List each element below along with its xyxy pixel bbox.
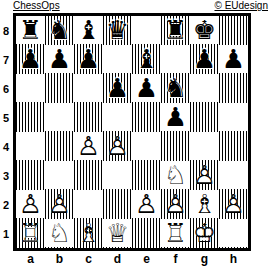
square-a8: ♜♜ xyxy=(16,16,45,45)
black-pawn: ♟♟ xyxy=(45,45,74,74)
file-label-b: b xyxy=(45,251,74,267)
black-rook: ♜♜ xyxy=(161,16,190,45)
file-label-g: g xyxy=(190,251,219,267)
square-f3: ♞♘ xyxy=(161,161,190,190)
white-rook: ♜♖ xyxy=(161,219,190,248)
square-b5 xyxy=(45,103,74,132)
square-a4 xyxy=(16,132,45,161)
square-d2 xyxy=(103,190,132,219)
square-b3 xyxy=(45,161,74,190)
square-g4 xyxy=(190,132,219,161)
black-bishop: ♝♝ xyxy=(132,45,161,74)
square-g7: ♟♟ xyxy=(190,45,219,74)
square-a2: ♟♙ xyxy=(16,190,45,219)
chess-board-block: 87654321 ♜♜♞♞♝♝♛♛♜♜♚♚♟♟♟♟♟♟♝♝♟♟♟♟♟♟♟♟♞♞♟… xyxy=(0,13,251,267)
square-g2: ♝♗ xyxy=(190,190,219,219)
square-c6 xyxy=(74,74,103,103)
square-a5 xyxy=(16,103,45,132)
black-pawn: ♟♟ xyxy=(132,74,161,103)
square-g3: ♟♙ xyxy=(190,161,219,190)
square-g5 xyxy=(190,103,219,132)
black-knight: ♞♞ xyxy=(161,74,190,103)
rank-label-2: 2 xyxy=(0,190,12,219)
file-label-d: d xyxy=(103,251,132,267)
square-c2 xyxy=(74,190,103,219)
square-d1: ♛♕ xyxy=(103,219,132,248)
square-h5 xyxy=(219,103,248,132)
square-c7: ♟♟ xyxy=(74,45,103,74)
square-a1: ♜♖ xyxy=(16,219,45,248)
rank-label-7: 7 xyxy=(0,45,12,74)
black-pawn: ♟♟ xyxy=(16,45,45,74)
square-h7: ♟♟ xyxy=(219,45,248,74)
square-b6 xyxy=(45,74,74,103)
square-e8 xyxy=(132,16,161,45)
square-e5 xyxy=(132,103,161,132)
square-e3 xyxy=(132,161,161,190)
white-pawn: ♟♙ xyxy=(161,190,190,219)
chessops-link[interactable]: ChessOps xyxy=(13,0,60,12)
file-label-f: f xyxy=(161,251,190,267)
square-f4 xyxy=(161,132,190,161)
rank-label-8: 8 xyxy=(0,16,12,45)
square-f6: ♞♞ xyxy=(161,74,190,103)
square-d5 xyxy=(103,103,132,132)
white-pawn: ♟♙ xyxy=(74,132,103,161)
black-knight: ♞♞ xyxy=(45,16,74,45)
square-c4: ♟♙ xyxy=(74,132,103,161)
rank-labels: 87654321 xyxy=(0,16,13,251)
square-b4 xyxy=(45,132,74,161)
square-b1: ♞♘ xyxy=(45,219,74,248)
black-pawn: ♟♟ xyxy=(161,103,190,132)
square-a6 xyxy=(16,74,45,103)
square-g8: ♚♚ xyxy=(190,16,219,45)
white-pawn: ♟♙ xyxy=(45,190,74,219)
square-e1 xyxy=(132,219,161,248)
eudesign-credit-link[interactable]: © EUdesign xyxy=(214,0,268,12)
rank-label-5: 5 xyxy=(0,103,12,132)
square-c5 xyxy=(74,103,103,132)
square-h4 xyxy=(219,132,248,161)
square-c8: ♝♝ xyxy=(74,16,103,45)
white-knight: ♞♘ xyxy=(161,161,190,190)
rank-label-3: 3 xyxy=(0,161,12,190)
black-queen: ♛♛ xyxy=(103,16,132,45)
square-c1: ♝♗ xyxy=(74,219,103,248)
white-king: ♚♔ xyxy=(190,219,219,248)
rank-label-1: 1 xyxy=(0,219,12,248)
black-pawn: ♟♟ xyxy=(74,45,103,74)
square-b8: ♞♞ xyxy=(45,16,74,45)
file-label-h: h xyxy=(219,251,248,267)
black-pawn: ♟♟ xyxy=(190,45,219,74)
black-king: ♚♚ xyxy=(190,16,219,45)
square-a3 xyxy=(16,161,45,190)
square-d7 xyxy=(103,45,132,74)
file-label-e: e xyxy=(132,251,161,267)
square-h1 xyxy=(219,219,248,248)
square-f8: ♜♜ xyxy=(161,16,190,45)
square-g1: ♚♔ xyxy=(190,219,219,248)
square-g6 xyxy=(190,74,219,103)
square-e6: ♟♟ xyxy=(132,74,161,103)
rank-label-4: 4 xyxy=(0,132,12,161)
chess-board: ♜♜♞♞♝♝♛♛♜♜♚♚♟♟♟♟♟♟♝♝♟♟♟♟♟♟♟♟♞♞♟♟♟♙♟♙♞♘♟♙… xyxy=(13,13,251,251)
file-label-a: a xyxy=(16,251,45,267)
white-rook: ♜♖ xyxy=(16,219,45,248)
square-b2: ♟♙ xyxy=(45,190,74,219)
square-h6 xyxy=(219,74,248,103)
white-queen: ♛♕ xyxy=(103,219,132,248)
white-bishop: ♝♗ xyxy=(74,219,103,248)
square-b7: ♟♟ xyxy=(45,45,74,74)
white-pawn: ♟♙ xyxy=(103,132,132,161)
square-e2: ♟♙ xyxy=(132,190,161,219)
black-bishop: ♝♝ xyxy=(74,16,103,45)
rank-label-6: 6 xyxy=(0,74,12,103)
square-d6: ♟♟ xyxy=(103,74,132,103)
square-f5: ♟♟ xyxy=(161,103,190,132)
square-h3 xyxy=(219,161,248,190)
black-pawn: ♟♟ xyxy=(103,74,132,103)
square-f7 xyxy=(161,45,190,74)
square-f1: ♜♖ xyxy=(161,219,190,248)
square-c3 xyxy=(74,161,103,190)
square-e4 xyxy=(132,132,161,161)
file-labels: abcdefgh xyxy=(16,251,251,267)
square-h2: ♟♙ xyxy=(219,190,248,219)
white-knight: ♞♘ xyxy=(45,219,74,248)
square-d3 xyxy=(103,161,132,190)
white-pawn: ♟♙ xyxy=(190,161,219,190)
square-f2: ♟♙ xyxy=(161,190,190,219)
square-d8: ♛♛ xyxy=(103,16,132,45)
square-d4: ♟♙ xyxy=(103,132,132,161)
file-label-c: c xyxy=(74,251,103,267)
black-pawn: ♟♟ xyxy=(219,45,248,74)
diagram-header: ChessOps © EUdesign xyxy=(0,0,270,13)
square-h8 xyxy=(219,16,248,45)
black-rook: ♜♜ xyxy=(16,16,45,45)
chessops-diagram-page: ChessOps © EUdesign 87654321 ♜♜♞♞♝♝♛♛♜♜♚… xyxy=(0,0,270,270)
white-bishop: ♝♗ xyxy=(190,190,219,219)
white-pawn: ♟♙ xyxy=(132,190,161,219)
white-pawn: ♟♙ xyxy=(219,190,248,219)
white-pawn: ♟♙ xyxy=(16,190,45,219)
square-a7: ♟♟ xyxy=(16,45,45,74)
square-e7: ♝♝ xyxy=(132,45,161,74)
